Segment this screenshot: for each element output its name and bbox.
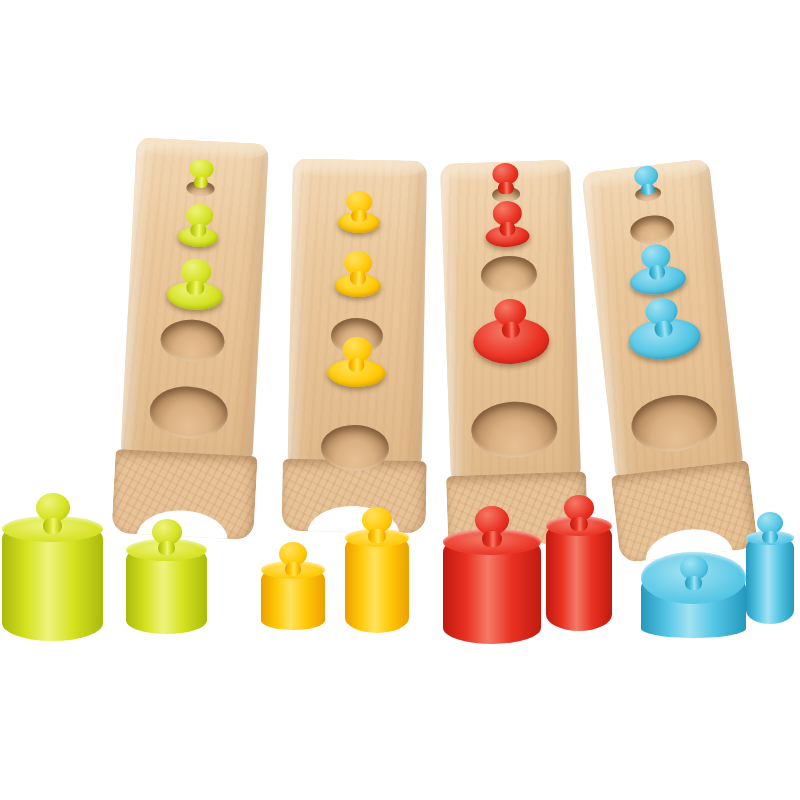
yellow-cylinder-1-knob-neck	[351, 210, 366, 223]
blue-block-foot	[611, 460, 758, 563]
blue-cylinder-3-knob	[640, 243, 673, 281]
green-cylinder-in-socket-1[interactable]	[186, 158, 216, 196]
blue-cylinder-tall-knob-neck	[762, 531, 777, 543]
blue-cylinder-tall[interactable]	[746, 512, 794, 624]
red-cylinder-2-knob-neck	[499, 222, 516, 236]
green-cylinder-2-knob	[185, 203, 214, 237]
green-cylinder-medium-body	[126, 550, 207, 634]
yellow-cylinder-small[interactable]	[261, 542, 325, 630]
blue-cylinder-tall-body	[746, 538, 794, 624]
red-cylinder-tall-knob-neck	[570, 517, 587, 531]
blue-cylinder-1-knob	[633, 165, 660, 197]
green-cylinder-1-knob	[189, 158, 214, 188]
green-cylinder-medium-knob	[152, 519, 182, 555]
blue-cylinder-tall-knob	[757, 512, 783, 543]
yellow-cylinder-tall-body	[345, 538, 409, 633]
green-cylinder-medium-knob-neck	[158, 541, 175, 555]
green-cylinder-large-knob	[36, 493, 70, 534]
yellow-cylinder-tall-knob	[362, 507, 392, 543]
green-cylinder-3-knob	[180, 258, 212, 296]
red-cylinder-2-knob	[492, 200, 522, 236]
blue-cylinder-flat[interactable]	[641, 552, 746, 638]
red-cylinder-1-knob-neck	[498, 182, 514, 195]
scene	[0, 0, 800, 800]
blue-cylinder-flat-knob-neck	[685, 576, 701, 589]
green-cylinder-in-socket-2[interactable]	[175, 203, 221, 248]
blue-cylinder-4-knob	[644, 296, 680, 338]
red-cylinder-4-knob	[494, 298, 527, 338]
red-cylinder-in-socket-2[interactable]	[482, 200, 532, 247]
red-cylinder-tall-knob	[564, 495, 594, 531]
yellow-cylinder-tall-knob-neck	[368, 529, 385, 543]
green-cylinder-large-knob-neck	[43, 518, 63, 534]
green-cylinder-large[interactable]	[2, 493, 103, 641]
blue-cylinder-3-knob-neck	[648, 265, 666, 281]
green-cylinder-3-knob-neck	[186, 280, 204, 295]
yellow-cylinder-1-knob	[346, 191, 373, 223]
blue-cylinder-flat-knob	[680, 556, 708, 590]
blue-cylinder-1-knob-neck	[640, 183, 655, 196]
yellow-cylinder-in-socket-1[interactable]	[336, 191, 383, 233]
blue-cylinder-in-socket-1[interactable]	[631, 164, 663, 202]
blue-cylinder-4-knob-neck	[653, 320, 673, 337]
blue-cylinder-in-socket-3[interactable]	[624, 241, 689, 297]
blue-cylinder-in-socket-4[interactable]	[622, 294, 704, 363]
red-cylinder-large[interactable]	[443, 506, 541, 644]
red-cylinder-tall[interactable]	[546, 495, 612, 631]
red-cylinder-1-knob	[492, 163, 519, 195]
red-cylinder-large-body	[443, 542, 541, 644]
yellow-cylinder-small-knob	[279, 542, 307, 576]
yellow-cylinder-in-socket-2[interactable]	[333, 251, 384, 297]
green-block	[116, 138, 269, 540]
yellow-cylinder-2-knob-neck	[350, 271, 366, 285]
red-cylinder-tall-body	[546, 526, 612, 631]
green-cylinder-in-socket-3[interactable]	[164, 257, 227, 311]
green-cylinder-2-knob-neck	[190, 223, 206, 237]
yellow-cylinder-in-socket-4[interactable]	[325, 336, 388, 387]
yellow-cylinder-2-knob	[344, 251, 373, 285]
yellow-cylinder-small-body	[261, 570, 325, 630]
red-cylinder-large-knob	[475, 506, 509, 547]
red-cylinder-4-knob-neck	[501, 322, 520, 338]
green-cylinder-large-body	[2, 529, 103, 641]
yellow-block	[287, 159, 427, 533]
yellow-cylinder-4-knob	[342, 337, 372, 373]
green-cylinder-medium[interactable]	[126, 519, 207, 634]
yellow-cylinder-4-knob-neck	[348, 358, 365, 372]
red-cylinder-in-socket-4[interactable]	[470, 298, 552, 366]
yellow-cylinder-tall[interactable]	[345, 507, 409, 633]
red-cylinder-in-socket-1[interactable]	[490, 162, 521, 202]
green-cylinder-1-knob-neck	[194, 176, 208, 188]
red-cylinder-large-knob-neck	[482, 531, 502, 547]
yellow-cylinder-small-knob-neck	[285, 562, 301, 575]
